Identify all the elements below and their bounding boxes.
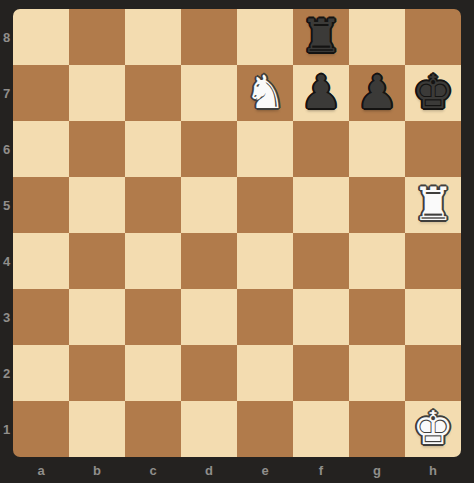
file-label-e: e [237, 457, 293, 483]
chess-board: ♜♞♟♟♚♜♚ [13, 9, 461, 457]
square-f1[interactable] [293, 401, 349, 457]
square-b5[interactable] [69, 177, 125, 233]
square-g3[interactable] [349, 289, 405, 345]
square-c1[interactable] [125, 401, 181, 457]
square-e7[interactable]: ♞ [237, 65, 293, 121]
square-a5[interactable] [13, 177, 69, 233]
piece-white-knight-e7[interactable]: ♞ [244, 64, 285, 120]
square-c4[interactable] [125, 233, 181, 289]
file-label-h: h [405, 457, 461, 483]
square-e8[interactable] [237, 9, 293, 65]
rank-labels: 87654321 [0, 9, 13, 457]
file-label-b: b [69, 457, 125, 483]
square-f2[interactable] [293, 345, 349, 401]
square-d1[interactable] [181, 401, 237, 457]
piece-white-rook-h5[interactable]: ♜ [412, 176, 453, 232]
square-d7[interactable] [181, 65, 237, 121]
square-b4[interactable] [69, 233, 125, 289]
square-d6[interactable] [181, 121, 237, 177]
square-c8[interactable] [125, 9, 181, 65]
rank-label-6: 6 [0, 121, 13, 177]
square-a2[interactable] [13, 345, 69, 401]
square-f7[interactable]: ♟ [293, 65, 349, 121]
file-label-f: f [293, 457, 349, 483]
square-e6[interactable] [237, 121, 293, 177]
square-c3[interactable] [125, 289, 181, 345]
square-e2[interactable] [237, 345, 293, 401]
rank-label-3: 3 [0, 289, 13, 345]
square-a3[interactable] [13, 289, 69, 345]
square-f4[interactable] [293, 233, 349, 289]
square-b2[interactable] [69, 345, 125, 401]
square-d2[interactable] [181, 345, 237, 401]
square-a7[interactable] [13, 65, 69, 121]
square-h1[interactable]: ♚ [405, 401, 461, 457]
square-e3[interactable] [237, 289, 293, 345]
square-h5[interactable]: ♜ [405, 177, 461, 233]
rank-label-2: 2 [0, 345, 13, 401]
square-b6[interactable] [69, 121, 125, 177]
square-d5[interactable] [181, 177, 237, 233]
square-h4[interactable] [405, 233, 461, 289]
square-g2[interactable] [349, 345, 405, 401]
square-b8[interactable] [69, 9, 125, 65]
file-label-d: d [181, 457, 237, 483]
square-b7[interactable] [69, 65, 125, 121]
square-c5[interactable] [125, 177, 181, 233]
file-label-g: g [349, 457, 405, 483]
square-g4[interactable] [349, 233, 405, 289]
square-h3[interactable] [405, 289, 461, 345]
rank-label-7: 7 [0, 65, 13, 121]
square-h6[interactable] [405, 121, 461, 177]
piece-white-king-h1[interactable]: ♚ [412, 400, 453, 456]
file-labels: abcdefgh [13, 457, 461, 483]
square-g7[interactable]: ♟ [349, 65, 405, 121]
piece-black-rook-f8[interactable]: ♜ [300, 9, 341, 64]
piece-black-king-h7[interactable]: ♚ [412, 64, 453, 120]
square-f5[interactable] [293, 177, 349, 233]
rank-label-1: 1 [0, 401, 13, 457]
square-a4[interactable] [13, 233, 69, 289]
file-label-a: a [13, 457, 69, 483]
square-a1[interactable] [13, 401, 69, 457]
square-d8[interactable] [181, 9, 237, 65]
square-h7[interactable]: ♚ [405, 65, 461, 121]
square-g5[interactable] [349, 177, 405, 233]
piece-black-pawn-g7[interactable]: ♟ [356, 64, 397, 120]
square-g1[interactable] [349, 401, 405, 457]
square-g6[interactable] [349, 121, 405, 177]
chess-app-window: 87654321 ♜♞♟♟♚♜♚ abcdefgh [0, 0, 474, 483]
square-c2[interactable] [125, 345, 181, 401]
rank-label-8: 8 [0, 9, 13, 65]
square-c7[interactable] [125, 65, 181, 121]
square-f8[interactable]: ♜ [293, 9, 349, 65]
square-b3[interactable] [69, 289, 125, 345]
square-a8[interactable] [13, 9, 69, 65]
square-d3[interactable] [181, 289, 237, 345]
square-e5[interactable] [237, 177, 293, 233]
square-f3[interactable] [293, 289, 349, 345]
square-g8[interactable] [349, 9, 405, 65]
square-e4[interactable] [237, 233, 293, 289]
square-h2[interactable] [405, 345, 461, 401]
piece-black-pawn-f7[interactable]: ♟ [300, 64, 341, 120]
square-a6[interactable] [13, 121, 69, 177]
square-f6[interactable] [293, 121, 349, 177]
square-e1[interactable] [237, 401, 293, 457]
rank-label-5: 5 [0, 177, 13, 233]
square-b1[interactable] [69, 401, 125, 457]
square-d4[interactable] [181, 233, 237, 289]
square-h8[interactable] [405, 9, 461, 65]
rank-label-4: 4 [0, 233, 13, 289]
file-label-c: c [125, 457, 181, 483]
square-c6[interactable] [125, 121, 181, 177]
